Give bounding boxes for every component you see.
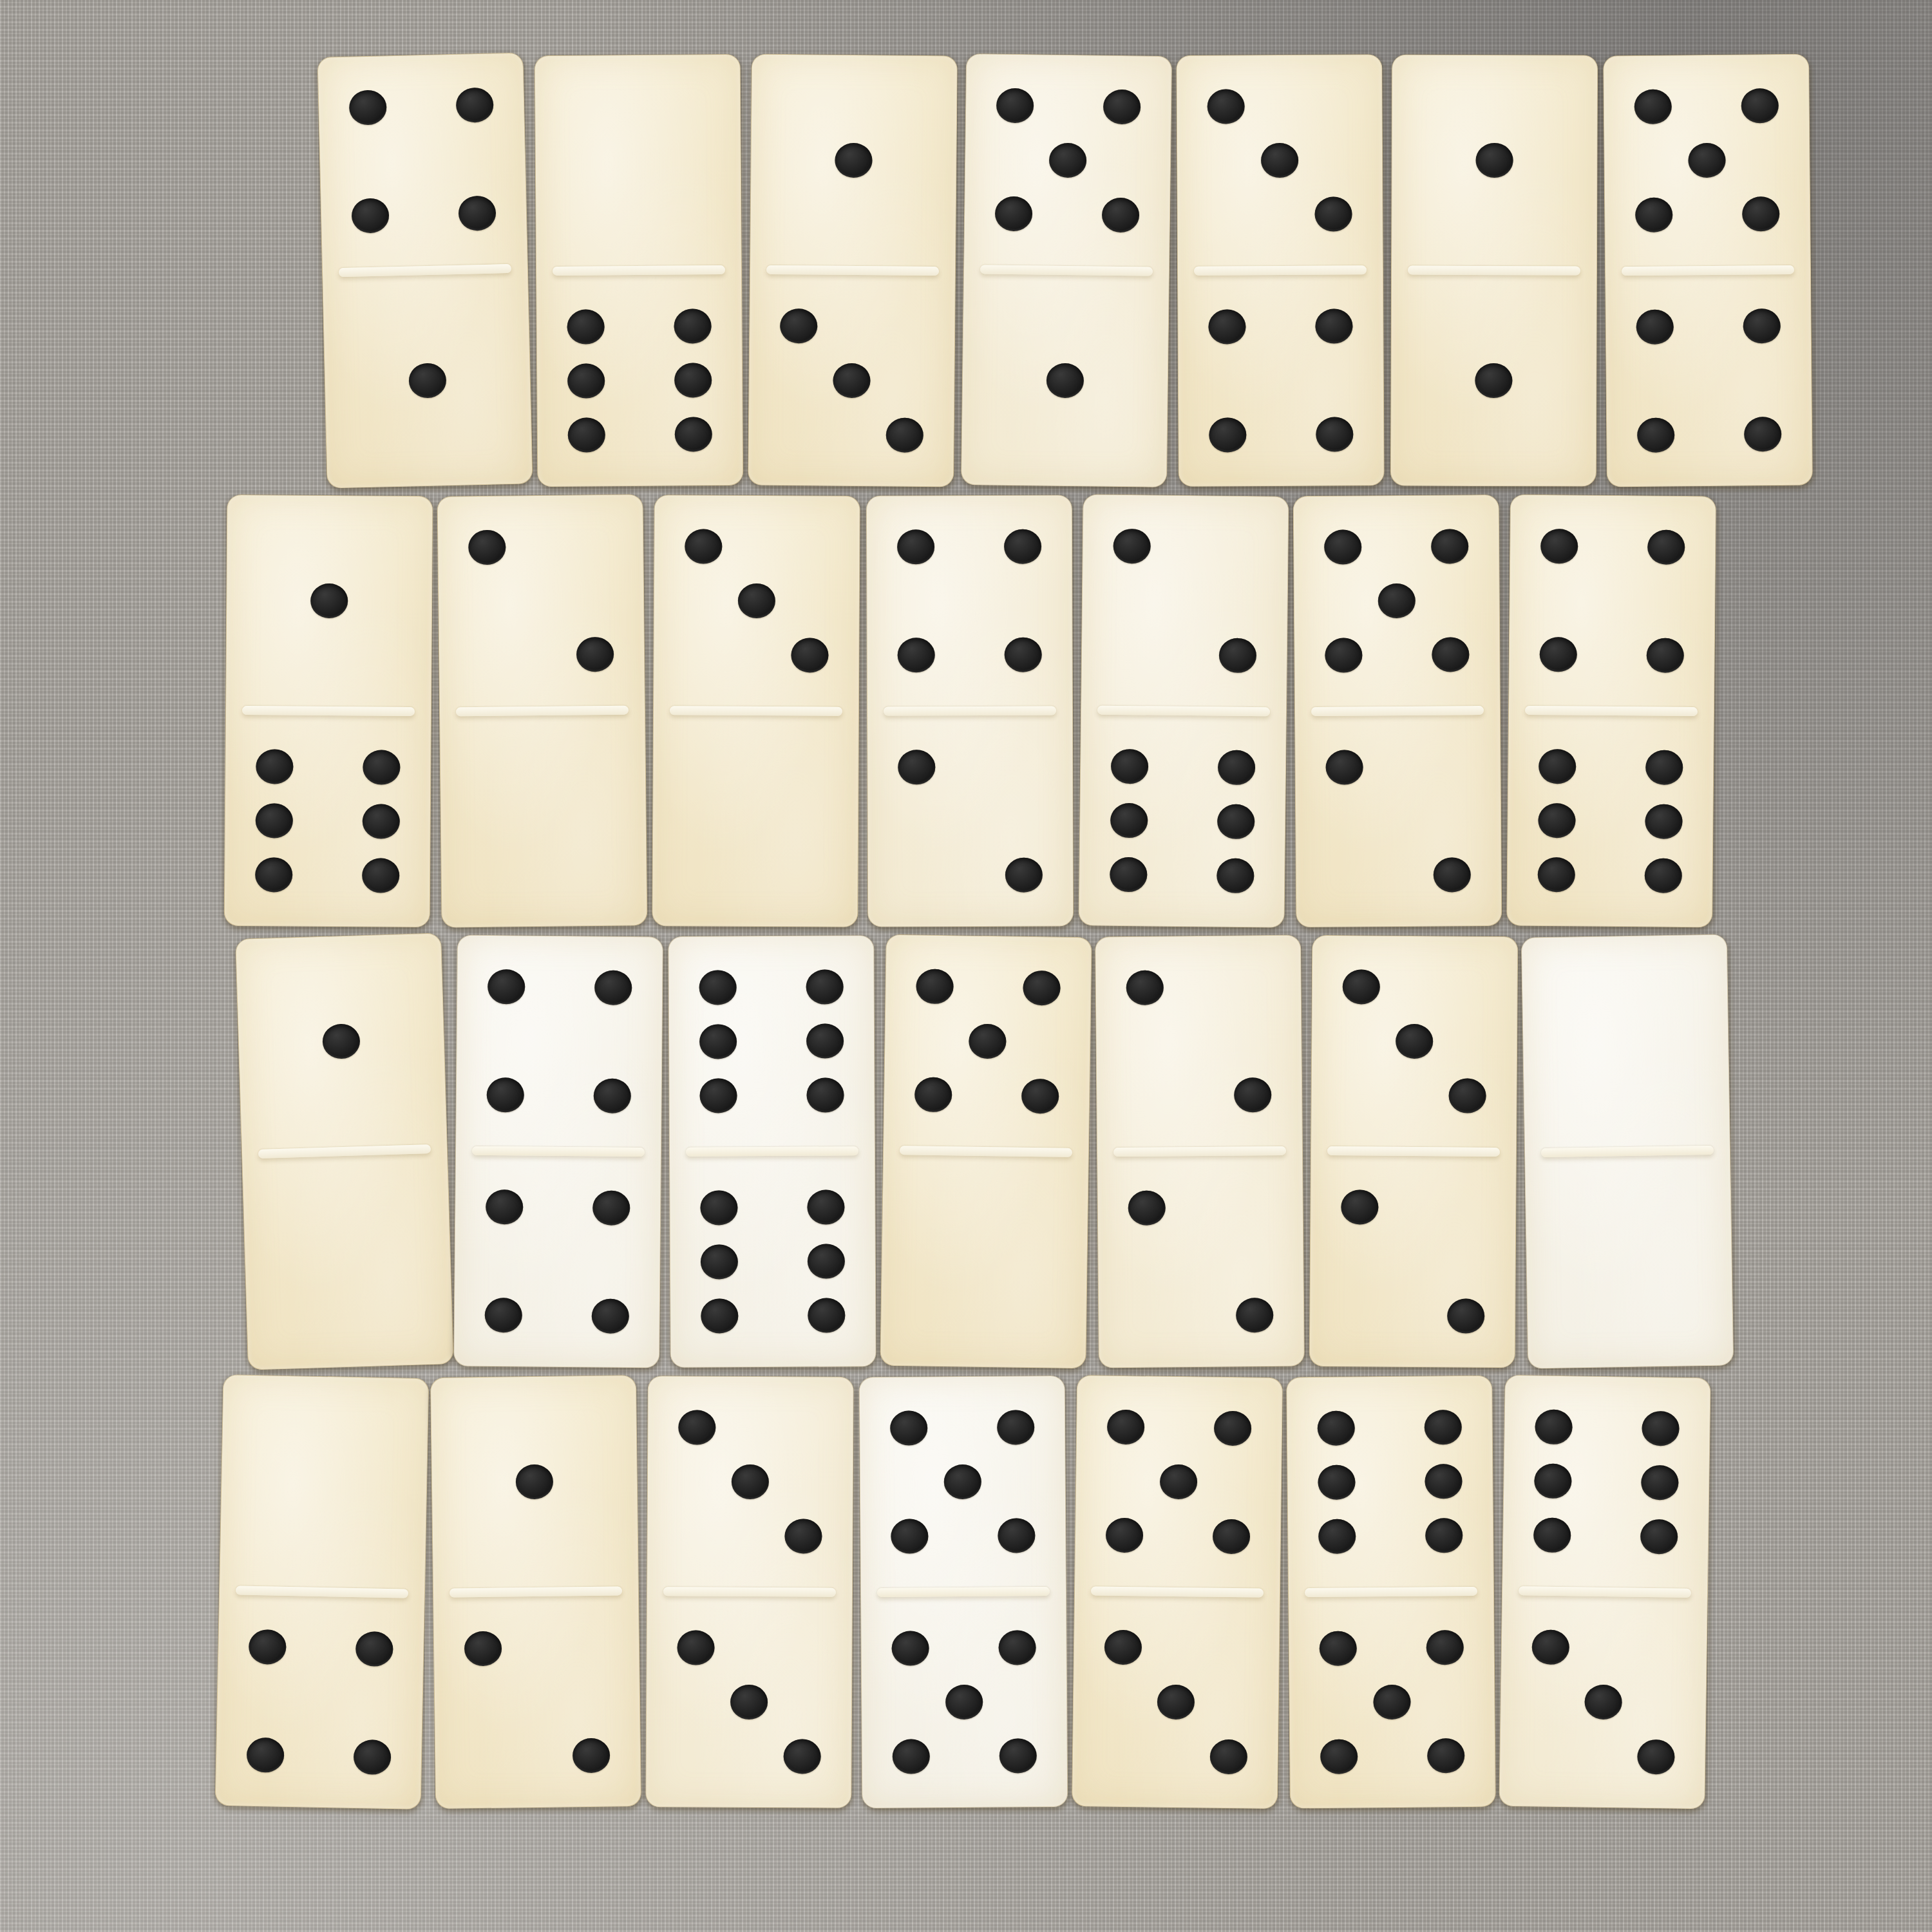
divider-bar — [1525, 706, 1697, 716]
pip — [488, 969, 525, 1005]
pip — [738, 583, 775, 618]
pip — [591, 1298, 629, 1334]
pip — [1432, 637, 1469, 672]
pip — [808, 1298, 845, 1332]
tile-half-bottom — [1499, 1601, 1707, 1803]
divider-bar — [900, 1146, 1072, 1157]
pip — [1315, 309, 1352, 344]
pip — [1209, 310, 1246, 345]
pip — [1157, 1685, 1195, 1720]
pip — [1424, 1410, 1461, 1445]
pip — [916, 969, 954, 1005]
pip — [699, 971, 737, 1005]
pip — [1425, 1464, 1462, 1499]
pip — [701, 1244, 738, 1279]
divider-bar — [450, 1586, 621, 1597]
pip — [1448, 1078, 1486, 1113]
divider-bar — [766, 265, 938, 276]
pip — [1425, 1518, 1463, 1553]
divider-bar — [339, 264, 511, 277]
domino-tile[interactable] — [668, 935, 876, 1368]
tile-half-top — [220, 1380, 428, 1584]
divider-bar — [1327, 1146, 1499, 1157]
tile-half-top — [535, 60, 741, 261]
tile-half-top — [647, 1381, 853, 1582]
domino-tile[interactable] — [430, 1375, 641, 1809]
pip — [1540, 637, 1577, 672]
pip — [890, 1411, 927, 1446]
tile-half-top — [867, 500, 1072, 701]
pip — [1110, 803, 1148, 838]
domino-tile[interactable] — [535, 54, 744, 487]
pip — [1634, 90, 1672, 125]
pip — [567, 310, 605, 345]
pip — [1637, 417, 1674, 453]
domino-tile[interactable] — [866, 495, 1074, 927]
pip — [1101, 197, 1139, 232]
pip — [567, 363, 605, 398]
pip — [1647, 530, 1685, 565]
tile-half-top — [1075, 1381, 1282, 1583]
pip — [944, 1464, 981, 1499]
pip — [701, 1191, 738, 1226]
tile-half-bottom — [1295, 721, 1501, 922]
tile-half-top — [1509, 500, 1716, 702]
pip — [1744, 417, 1781, 452]
pip — [349, 90, 387, 126]
pip — [1318, 1464, 1356, 1500]
pip — [1538, 857, 1575, 893]
tile-half-top — [964, 59, 1171, 261]
pip — [256, 750, 294, 784]
tile-half-bottom — [748, 280, 955, 482]
pip — [455, 88, 493, 123]
pip — [1004, 637, 1041, 672]
pip — [1318, 1519, 1356, 1554]
tile-half-top — [236, 938, 446, 1144]
pip — [835, 143, 872, 178]
pip — [1021, 1078, 1059, 1113]
pip — [464, 1631, 502, 1667]
tile-half-bottom — [867, 721, 1073, 921]
pip — [1540, 529, 1578, 564]
divider-bar — [1311, 706, 1483, 716]
tile-half-top — [1177, 60, 1383, 261]
pip — [700, 1078, 737, 1113]
pip — [1110, 857, 1148, 893]
divider-bar — [1541, 1146, 1713, 1157]
pip — [1324, 530, 1361, 565]
pip — [1160, 1464, 1198, 1500]
tile-half-top — [1294, 500, 1500, 701]
pip — [891, 1519, 929, 1553]
pip — [355, 1631, 393, 1667]
domino-tile[interactable] — [215, 1374, 430, 1810]
pip — [807, 1190, 844, 1225]
pip — [679, 1410, 716, 1445]
domino-tile[interactable] — [1521, 934, 1734, 1369]
domino-tile[interactable] — [748, 54, 958, 488]
tile-half-bottom — [1507, 721, 1714, 922]
pip — [996, 88, 1034, 124]
tile-half-top — [1081, 500, 1288, 701]
pip — [677, 1631, 715, 1665]
pip — [1688, 143, 1725, 178]
pip — [998, 1631, 1036, 1665]
pip — [1373, 1685, 1410, 1720]
tile-half-bottom — [440, 720, 647, 922]
divider-bar — [884, 706, 1056, 716]
board-row — [225, 495, 1811, 927]
tile-half-top — [438, 500, 645, 701]
domino-tile[interactable] — [1286, 1376, 1496, 1809]
pip — [1475, 363, 1512, 398]
domino-tile[interactable] — [235, 933, 454, 1370]
divider-bar — [242, 706, 414, 716]
pip — [674, 363, 712, 397]
pip — [1209, 417, 1247, 452]
pip — [674, 417, 712, 451]
pip — [1103, 90, 1141, 125]
pip — [1584, 1685, 1622, 1720]
pip — [1217, 804, 1255, 840]
domino-tile[interactable] — [317, 52, 533, 488]
pip — [806, 1077, 844, 1112]
pip — [1023, 971, 1061, 1006]
domino-tile[interactable] — [880, 934, 1092, 1368]
tile-half-bottom — [225, 721, 431, 922]
tile-half-top — [456, 941, 663, 1142]
tile-half-top — [1287, 1381, 1493, 1583]
pip — [1234, 1077, 1271, 1113]
pip — [945, 1685, 983, 1719]
pip — [363, 750, 400, 785]
pip — [998, 1518, 1035, 1553]
tile-half-bottom — [1079, 720, 1286, 922]
domino-tile[interactable] — [1072, 1375, 1283, 1809]
pip — [1213, 1411, 1251, 1446]
pip — [468, 530, 506, 565]
pip — [732, 1464, 769, 1499]
tile-half-top — [1095, 941, 1302, 1142]
pip — [1212, 1519, 1250, 1554]
tile-half-bottom — [1289, 1602, 1495, 1803]
pip — [1236, 1298, 1273, 1333]
pip — [784, 1519, 822, 1553]
tile-half-bottom — [646, 1602, 852, 1803]
tile-half-top — [884, 940, 1091, 1142]
tile-half-top — [226, 500, 432, 701]
pip — [1539, 749, 1576, 784]
pip — [486, 1189, 523, 1225]
pip — [1378, 583, 1416, 618]
pip — [1318, 1411, 1355, 1446]
divider-bar — [670, 706, 842, 715]
pip — [568, 417, 605, 452]
pip — [1004, 529, 1041, 564]
pip — [1637, 1739, 1675, 1774]
pip — [594, 971, 632, 1006]
tile-half-top — [654, 500, 860, 701]
pip — [247, 1738, 285, 1773]
pip — [1106, 1517, 1144, 1553]
tile-half-top — [750, 60, 957, 261]
pip — [1476, 143, 1513, 178]
pip — [1535, 1410, 1573, 1445]
tile-half-bottom — [243, 1159, 453, 1364]
pip — [893, 1739, 930, 1774]
tile-half-bottom — [323, 278, 532, 482]
tile-half-top — [860, 1381, 1066, 1582]
pip — [898, 638, 935, 672]
pip — [593, 1078, 630, 1113]
pip — [1207, 90, 1245, 124]
pip — [322, 1023, 361, 1059]
pip — [1343, 970, 1380, 1005]
divider-bar — [472, 1146, 644, 1157]
board-row — [322, 55, 1811, 486]
pip — [1049, 143, 1087, 178]
board-row — [219, 1376, 1811, 1808]
pip — [685, 529, 723, 564]
pip — [1427, 1738, 1464, 1774]
pip — [730, 1685, 768, 1719]
tile-half-bottom — [1178, 280, 1384, 481]
pip — [833, 363, 870, 399]
pip — [780, 308, 817, 344]
pip — [791, 638, 828, 672]
divider-bar — [553, 265, 724, 276]
domino-tile[interactable] — [1079, 494, 1289, 927]
pip — [1636, 310, 1674, 345]
domino-tile[interactable] — [1095, 935, 1305, 1368]
domino-tile[interactable] — [224, 495, 433, 927]
divider-bar — [686, 1146, 858, 1156]
domino-tile[interactable] — [437, 494, 648, 927]
pip — [1534, 1463, 1572, 1499]
pip — [674, 309, 711, 344]
divider-bar — [1113, 1146, 1285, 1157]
pip — [783, 1739, 820, 1774]
pip — [897, 529, 934, 564]
tile-half-top — [318, 58, 527, 262]
pip — [701, 1298, 739, 1333]
tile-half-bottom — [433, 1601, 641, 1803]
tile-half-bottom — [861, 1602, 1067, 1803]
tile-half-top — [1502, 1381, 1710, 1583]
pip — [1431, 529, 1468, 564]
domino-tile[interactable] — [645, 1376, 854, 1808]
pip — [997, 1410, 1034, 1445]
pip — [1539, 803, 1576, 838]
pip — [1209, 1739, 1247, 1774]
tile-half-bottom — [1310, 1161, 1516, 1362]
divider-bar — [236, 1586, 408, 1598]
domino-tile[interactable] — [1390, 54, 1598, 486]
pip — [1326, 750, 1363, 785]
domino-tile[interactable] — [961, 53, 1172, 488]
pip — [806, 970, 843, 1005]
divider-bar — [1194, 265, 1366, 275]
pip — [352, 198, 390, 233]
tile-half-bottom — [1525, 1160, 1733, 1363]
pip — [1325, 638, 1363, 672]
pip — [1741, 88, 1778, 124]
pip — [1635, 197, 1672, 232]
tile-half-bottom — [961, 279, 1169, 482]
pip — [1743, 308, 1780, 344]
pip — [995, 196, 1033, 231]
domino-tile[interactable] — [652, 495, 860, 927]
pip — [898, 750, 936, 784]
domino-tile[interactable] — [1176, 54, 1385, 487]
tile-half-top — [1311, 941, 1517, 1142]
tile-half-top — [1604, 60, 1810, 261]
pip — [362, 804, 399, 838]
pip — [1046, 363, 1084, 399]
pip — [1533, 1517, 1571, 1553]
pip — [806, 1023, 844, 1058]
divider-bar — [456, 706, 628, 717]
pip — [1645, 750, 1683, 786]
pip — [353, 1739, 391, 1775]
pip — [914, 1077, 952, 1112]
tile-half-top — [668, 941, 875, 1142]
pip — [1128, 1191, 1166, 1226]
pip — [1104, 1630, 1142, 1665]
domino-tile[interactable] — [859, 1376, 1068, 1808]
pip — [362, 858, 399, 893]
pip — [1005, 857, 1042, 892]
pip — [1341, 1190, 1379, 1225]
pip — [1642, 1411, 1680, 1446]
pip — [892, 1631, 929, 1666]
pip — [1314, 196, 1352, 231]
pip — [516, 1464, 554, 1500]
pip — [1107, 1410, 1145, 1445]
tile-half-top — [431, 1381, 638, 1583]
pip — [1426, 1630, 1463, 1665]
divider-bar — [1408, 266, 1580, 276]
tile-half-bottom — [1391, 280, 1596, 480]
pip — [1532, 1630, 1570, 1665]
domino-board — [219, 55, 1811, 1817]
pip — [807, 1244, 844, 1278]
tile-half-bottom — [670, 1161, 876, 1362]
pip — [1641, 1465, 1679, 1501]
pip — [1646, 638, 1683, 673]
pip — [1320, 1739, 1358, 1774]
pip — [1218, 638, 1256, 673]
tile-half-bottom — [880, 1160, 1088, 1363]
pip — [1396, 1024, 1433, 1059]
pip — [1316, 417, 1353, 451]
divider-bar — [258, 1144, 430, 1159]
divider-bar — [980, 265, 1152, 276]
pip — [1742, 196, 1779, 232]
divider-bar — [663, 1587, 835, 1596]
domino-tile[interactable] — [453, 935, 663, 1368]
pip — [408, 363, 446, 398]
tile-half-bottom — [454, 1161, 661, 1363]
pip — [699, 1024, 737, 1059]
pip — [310, 583, 348, 618]
domino-tile[interactable] — [1603, 54, 1813, 488]
pip — [1113, 529, 1151, 564]
pip — [1217, 858, 1255, 893]
tile-half-top — [1392, 60, 1597, 260]
tile-half-bottom — [1605, 280, 1812, 482]
divider-bar — [1519, 1586, 1690, 1598]
divider-bar — [877, 1587, 1049, 1597]
pip — [1111, 749, 1149, 784]
pip — [1645, 804, 1682, 839]
pip — [885, 417, 923, 453]
pip — [458, 195, 496, 231]
pip — [1126, 971, 1164, 1006]
divider-bar — [1097, 706, 1269, 717]
domino-tile[interactable] — [1293, 495, 1502, 927]
pip — [1644, 858, 1681, 893]
pip — [576, 637, 614, 672]
pip — [255, 857, 292, 892]
pip — [999, 1738, 1036, 1773]
pip — [592, 1191, 630, 1226]
pip — [1433, 857, 1470, 892]
pip — [572, 1738, 610, 1773]
fabric-background — [0, 0, 1932, 1932]
divider-bar — [1091, 1586, 1263, 1597]
pip — [1640, 1519, 1678, 1554]
tile-half-bottom — [216, 1600, 424, 1804]
tile-half-bottom — [536, 280, 743, 481]
pip — [485, 1298, 522, 1333]
pip — [256, 803, 293, 838]
tile-half-top — [1522, 940, 1730, 1143]
pip — [487, 1077, 524, 1113]
domino-tile[interactable] — [1506, 495, 1716, 928]
divider-bar — [1622, 265, 1794, 276]
pip — [1320, 1631, 1357, 1667]
tile-half-bottom — [1072, 1601, 1280, 1803]
domino-tile[interactable] — [1499, 1375, 1710, 1809]
pip — [249, 1629, 287, 1665]
pip — [969, 1024, 1007, 1059]
board-row — [241, 936, 1811, 1367]
domino-tile[interactable] — [1309, 935, 1519, 1368]
pip — [1217, 750, 1255, 786]
tile-half-bottom — [1097, 1161, 1304, 1363]
pip — [1447, 1298, 1484, 1333]
tile-half-bottom — [652, 721, 858, 922]
pip — [1261, 143, 1298, 178]
divider-bar — [1305, 1587, 1477, 1597]
